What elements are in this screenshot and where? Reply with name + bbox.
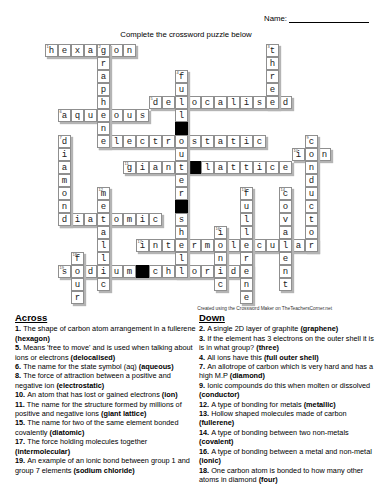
black-cell — [175, 122, 188, 135]
letter-cell[interactable]: a — [214, 135, 227, 148]
letter-cell[interactable]: o — [214, 239, 227, 252]
letter-cell[interactable]: a — [84, 44, 97, 57]
letter-cell[interactable]: o — [71, 265, 84, 278]
letter-cell[interactable]: u — [110, 265, 123, 278]
clue-across-5: 5. Means 'free to move' and is used when… — [15, 343, 196, 362]
letter-cell[interactable]: c9 — [305, 135, 318, 148]
letter-cell[interactable]: h — [162, 265, 175, 278]
letter-cell[interactable]: a6 — [58, 109, 71, 122]
letter-cell[interactable]: n — [318, 148, 331, 161]
word-fullerene: f13ullerene — [240, 187, 253, 304]
word-diatomic: d15iatomic — [58, 213, 162, 226]
word-metallic: m12etallic — [97, 187, 110, 291]
letter-cell[interactable]: r — [305, 239, 318, 252]
letter-cell[interactable]: l — [227, 96, 240, 109]
letter-cell[interactable]: n — [240, 278, 253, 291]
letter-cell[interactable]: v — [279, 213, 292, 226]
letter-cell[interactable]: i — [214, 265, 227, 278]
letter-cell[interactable]: a — [97, 70, 110, 83]
letter-cell[interactable]: r — [188, 239, 201, 252]
letter-cell[interactable]: o — [188, 96, 201, 109]
letter-cell[interactable]: t — [97, 213, 110, 226]
letter-cell[interactable]: l — [110, 135, 123, 148]
credit-line: Created using the Crossword Maker on The… — [0, 306, 332, 311]
letter-cell[interactable]: o — [188, 265, 201, 278]
letter-cell[interactable]: d — [58, 213, 71, 226]
letter-cell[interactable]: u — [175, 148, 188, 161]
letter-cell[interactable]: n — [97, 122, 110, 135]
letter-cell[interactable]: c — [97, 278, 110, 291]
word-covalent: c14ovalent — [279, 187, 292, 291]
letter-cell[interactable]: f4 — [175, 70, 188, 83]
letter-cell[interactable]: i10 — [292, 148, 305, 161]
letter-cell[interactable]: p — [97, 83, 110, 96]
letter-cell[interactable]: e — [175, 174, 188, 187]
letter-cell[interactable]: n — [58, 200, 71, 213]
letter-cell[interactable]: n — [305, 161, 318, 174]
name-label: Name: — [264, 14, 287, 23]
letter-cell[interactable]: s — [175, 213, 188, 226]
letter-cell[interactable]: s19 — [58, 265, 71, 278]
letter-cell[interactable]: i — [71, 213, 84, 226]
letter-cell[interactable]: q — [71, 109, 84, 122]
down-list: 2. A single 2D layer of graphite (graphe… — [199, 324, 381, 484]
cell-clue-number: 3 — [268, 45, 270, 49]
letter-cell[interactable]: o — [175, 135, 188, 148]
letter-cell[interactable]: x — [71, 44, 84, 57]
letter-cell[interactable]: e — [240, 239, 253, 252]
letter-cell[interactable]: a — [279, 226, 292, 239]
letter-cell[interactable]: c — [253, 239, 266, 252]
letter-cell[interactable]: o — [110, 109, 123, 122]
letter-cell[interactable]: l — [240, 226, 253, 239]
letter-cell[interactable]: c — [149, 265, 162, 278]
letter-cell[interactable]: s — [136, 109, 149, 122]
letter-cell[interactable]: h1 — [45, 44, 58, 57]
letter-cell[interactable]: t — [305, 213, 318, 226]
letter-cell[interactable]: e — [240, 265, 253, 278]
letter-cell[interactable]: c — [266, 161, 279, 174]
cell-clue-number: 18 — [73, 253, 77, 257]
letter-cell[interactable]: i — [240, 96, 253, 109]
letter-cell[interactable]: l — [240, 213, 253, 226]
letter-cell[interactable]: a — [149, 161, 162, 174]
letter-cell[interactable]: r — [162, 135, 175, 148]
letter-cell[interactable]: m — [123, 265, 136, 278]
clue-across-11: 11. The name for the structure formed by… — [15, 400, 196, 419]
letter-cell[interactable]: n — [279, 265, 292, 278]
black-cell — [175, 200, 188, 213]
letter-cell[interactable]: m12 — [97, 187, 110, 200]
letter-cell[interactable]: l — [201, 161, 214, 174]
letter-cell[interactable]: e — [279, 252, 292, 265]
letter-cell[interactable]: u — [240, 200, 253, 213]
letter-cell[interactable]: l — [97, 252, 110, 265]
across-clues-column: Across 1. The shape of carbon atom arran… — [15, 313, 196, 475]
letter-cell[interactable]: s — [253, 96, 266, 109]
word-four: f18our — [71, 252, 84, 304]
clue-across-8: 8. The force of attraction between a pos… — [15, 371, 196, 390]
word-diamond: d7iamond — [58, 135, 71, 226]
letter-cell[interactable]: g2 — [97, 44, 110, 57]
clue-down-14: 14. A type of bonding between two non-me… — [199, 428, 381, 447]
clue-down-18: 18. One carbon atom is bonded to how man… — [199, 466, 381, 485]
word-three: t3hree — [266, 44, 279, 109]
letter-cell[interactable]: i — [136, 161, 149, 174]
letter-cell[interactable]: m — [201, 239, 214, 252]
clue-down-12: 12. A type of bonding for metals (metall… — [199, 400, 381, 409]
cell-clue-number: 7 — [60, 136, 62, 140]
word-graphene: g2raphene — [97, 44, 110, 148]
letter-cell[interactable]: a — [58, 161, 71, 174]
clue-down-4: 4. All ions have this (full outer shell) — [199, 353, 381, 362]
cell-clue-number: 12 — [99, 188, 103, 192]
letter-cell[interactable]: n — [214, 252, 227, 265]
letter-cell[interactable]: c — [201, 96, 214, 109]
letter-cell[interactable]: l — [175, 265, 188, 278]
letter-cell[interactable]: e — [240, 291, 253, 304]
letter-cell[interactable]: l — [175, 96, 188, 109]
letter-cell[interactable]: u — [175, 83, 188, 96]
letter-cell[interactable]: r — [175, 187, 188, 200]
letter-cell[interactable]: c — [305, 200, 318, 213]
clue-across-19: 19. An example of an ionic bond between … — [15, 456, 196, 475]
letter-cell[interactable]: c — [149, 213, 162, 226]
clue-down-13: 13. Hollow shaped molecules made of carb… — [199, 409, 381, 428]
letter-cell[interactable]: t — [175, 161, 188, 174]
cell-clue-number: 16 — [216, 227, 220, 231]
letter-cell[interactable]: c — [214, 278, 227, 291]
letter-cell[interactable]: o — [305, 148, 318, 161]
word-full-outer-shell: f4ulloutershell — [175, 70, 188, 278]
letter-cell[interactable]: a — [292, 239, 305, 252]
letter-cell[interactable]: e — [162, 96, 175, 109]
letter-cell[interactable]: u — [71, 278, 84, 291]
letter-cell[interactable]: i — [136, 213, 149, 226]
letter-cell[interactable]: u — [84, 109, 97, 122]
cell-clue-number: 13 — [242, 188, 246, 192]
letter-cell[interactable]: l — [175, 109, 188, 122]
letter-cell[interactable]: n — [162, 161, 175, 174]
word-hexagon: h1exagon — [45, 44, 136, 57]
letter-cell[interactable]: t — [279, 278, 292, 291]
letter-cell[interactable]: t — [149, 135, 162, 148]
letter-cell[interactable]: e — [97, 109, 110, 122]
letter-cell[interactable]: i — [253, 161, 266, 174]
clue-across-1: 1. The shape of carbon atom arrangement … — [15, 324, 196, 343]
letter-cell[interactable]: r — [201, 265, 214, 278]
letter-cell[interactable]: u — [305, 187, 318, 200]
clue-across-15: 15. The name for two of the same element… — [15, 418, 196, 437]
clue-down-9: 9. Ionic compounds do this when molten o… — [199, 381, 381, 400]
letter-cell[interactable]: c — [136, 135, 149, 148]
letter-cell[interactable]: o — [110, 213, 123, 226]
letter-cell[interactable]: u — [266, 239, 279, 252]
letter-cell[interactable]: s — [188, 135, 201, 148]
cell-clue-number: 10 — [294, 149, 298, 153]
name-row: Name: — [264, 14, 369, 23]
letter-cell[interactable]: r — [266, 70, 279, 83]
down-clues-column: Down 2. A single 2D layer of graphite (g… — [199, 313, 381, 484]
clue-across-17: 17. The force holding molecules together… — [15, 437, 196, 456]
letter-cell[interactable]: c14 — [279, 187, 292, 200]
cell-clue-number: 19 — [60, 266, 64, 270]
cell-clue-number: 6 — [60, 110, 62, 114]
letter-cell[interactable]: r — [97, 57, 110, 70]
letter-cell[interactable]: d — [305, 174, 318, 187]
letter-cell[interactable]: u — [123, 109, 136, 122]
letter-cell[interactable]: n — [123, 44, 136, 57]
letter-cell[interactable]: t — [227, 161, 240, 174]
letter-cell[interactable]: t — [201, 135, 214, 148]
letter-cell[interactable]: h — [266, 57, 279, 70]
cell-clue-number: 11 — [125, 162, 129, 166]
letter-cell[interactable]: i — [240, 135, 253, 148]
letter-cell[interactable]: l — [97, 239, 110, 252]
clue-down-7: 7. An allotrope of carbon which is very … — [199, 362, 381, 381]
letter-cell[interactable]: m — [123, 213, 136, 226]
letter-cell[interactable]: t — [240, 161, 253, 174]
letter-cell[interactable]: n — [149, 239, 162, 252]
clue-across-6: 6. The name for the state symbol (aq) (a… — [15, 362, 196, 371]
across-header: Across — [15, 313, 196, 322]
letter-cell[interactable]: a — [214, 96, 227, 109]
letter-cell[interactable]: e — [175, 239, 188, 252]
letter-cell[interactable]: e — [97, 200, 110, 213]
cell-clue-number: 4 — [177, 71, 179, 75]
letter-cell[interactable]: r — [71, 291, 84, 304]
cell-clue-number: 9 — [307, 136, 309, 140]
letter-cell[interactable]: e — [123, 135, 136, 148]
letter-cell[interactable]: f18 — [71, 252, 84, 265]
letter-cell[interactable]: o — [279, 200, 292, 213]
name-blank-line[interactable] — [289, 14, 369, 23]
black-cell — [188, 161, 201, 174]
letter-cell[interactable]: i16 — [214, 226, 227, 239]
letter-cell[interactable]: h — [97, 96, 110, 109]
clue-down-2: 2. A single 2D layer of graphite (graphe… — [199, 324, 381, 333]
letter-cell[interactable]: h — [175, 226, 188, 239]
letter-cell[interactable]: e — [97, 135, 110, 148]
worksheet-page: Name: Complete the crossword puzzle belo… — [0, 0, 386, 500]
letter-cell[interactable]: t — [162, 239, 175, 252]
letter-cell[interactable]: l — [175, 252, 188, 265]
cell-clue-number: 14 — [281, 188, 285, 192]
letter-cell[interactable]: l — [227, 239, 240, 252]
word-giant-lattice: g11iantlattice — [123, 161, 292, 174]
letter-cell[interactable]: i — [97, 265, 110, 278]
letter-cell[interactable]: o — [110, 44, 123, 57]
cell-clue-number: 5 — [151, 97, 153, 101]
cell-clue-number: 2 — [99, 45, 101, 49]
word-ionic: i16onic — [214, 226, 227, 291]
letter-cell[interactable]: a — [97, 226, 110, 239]
cell-clue-number: 1 — [47, 45, 49, 49]
down-header: Down — [199, 313, 381, 322]
letter-cell[interactable]: f13 — [240, 187, 253, 200]
letter-cell[interactable]: o — [305, 226, 318, 239]
letter-cell[interactable]: t3 — [266, 44, 279, 57]
letter-cell[interactable]: a — [214, 161, 227, 174]
letter-cell[interactable]: e — [279, 161, 292, 174]
clue-across-10: 10. An atom that has lost or gained elec… — [15, 390, 196, 399]
letter-cell[interactable]: r — [240, 252, 253, 265]
letter-cell[interactable]: g11 — [123, 161, 136, 174]
letter-cell[interactable]: a — [84, 213, 97, 226]
letter-cell[interactable]: t — [227, 135, 240, 148]
cell-clue-number: 17 — [138, 240, 142, 244]
letter-cell[interactable]: d7 — [58, 135, 71, 148]
letter-cell[interactable]: d5 — [149, 96, 162, 109]
across-list: 1. The shape of carbon atom arrangement … — [15, 324, 196, 475]
letter-cell[interactable]: d — [84, 265, 97, 278]
word-conductor: c9onductor — [305, 135, 318, 252]
letter-cell[interactable]: d — [279, 96, 292, 109]
letter-cell[interactable]: e — [266, 83, 279, 96]
letter-cell[interactable]: m — [58, 174, 71, 187]
page-title: Complete the crossword puzzle below — [0, 30, 372, 39]
letter-cell[interactable]: i — [58, 148, 71, 161]
letter-cell[interactable]: d — [227, 265, 240, 278]
clue-down-3: 3. If the element has 3 electrons on the… — [199, 334, 381, 353]
letter-cell[interactable]: c — [253, 135, 266, 148]
black-cell — [136, 265, 149, 278]
letter-cell[interactable]: e — [266, 96, 279, 109]
letter-cell[interactable]: o — [58, 187, 71, 200]
letter-cell[interactable]: i17 — [136, 239, 149, 252]
clue-down-16: 16. A type of bonding between a metal an… — [199, 447, 381, 466]
letter-cell[interactable]: e — [58, 44, 71, 57]
letter-cell[interactable]: l — [279, 239, 292, 252]
